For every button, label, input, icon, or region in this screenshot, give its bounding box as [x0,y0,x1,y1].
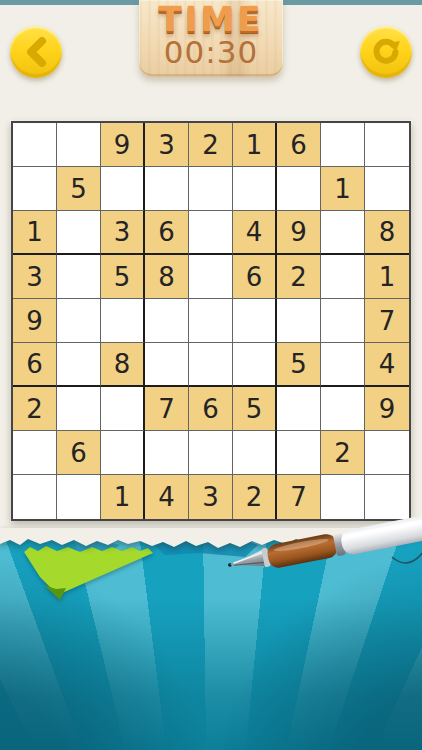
sudoku-cell[interactable] [145,167,189,211]
sudoku-cell[interactable] [233,299,277,343]
sudoku-cell: 1 [13,211,57,255]
sudoku-cell[interactable] [101,167,145,211]
sudoku-cell[interactable] [57,211,101,255]
sudoku-cell[interactable] [321,343,365,387]
sudoku-cell[interactable] [57,387,101,431]
sudoku-cell: 5 [277,343,321,387]
refresh-icon [371,37,401,67]
sudoku-cell: 1 [365,255,409,299]
app-screen: { "app": { "name": "sudoku-puzzle-screen… [0,0,422,750]
sudoku-cell: 9 [13,299,57,343]
sudoku-cell[interactable] [189,255,233,299]
sudoku-cell[interactable] [189,343,233,387]
sudoku-cell: 8 [365,211,409,255]
sudoku-cell: 4 [233,211,277,255]
restart-button[interactable] [360,26,412,78]
sudoku-cell[interactable] [101,431,145,475]
sudoku-cell[interactable] [277,167,321,211]
sudoku-cell[interactable] [189,167,233,211]
sudoku-cell[interactable] [321,387,365,431]
sudoku-cell[interactable] [321,211,365,255]
sudoku-cell[interactable] [321,255,365,299]
paper-curl-line [392,551,422,563]
sudoku-cell[interactable] [57,123,101,167]
sudoku-cell[interactable] [365,123,409,167]
time-label: TIME [139,2,283,36]
sudoku-cell[interactable] [233,167,277,211]
sudoku-cell: 2 [189,123,233,167]
sudoku-cell: 7 [365,299,409,343]
sudoku-cell[interactable] [365,431,409,475]
sudoku-cell[interactable] [321,123,365,167]
sudoku-cell[interactable] [57,299,101,343]
sudoku-cell: 8 [101,343,145,387]
back-button[interactable] [10,26,62,78]
sudoku-cell[interactable] [57,475,101,519]
sudoku-cell: 6 [57,431,101,475]
sudoku-cell[interactable] [57,343,101,387]
sudoku-cell: 6 [277,123,321,167]
sudoku-cell[interactable] [57,255,101,299]
sudoku-cell[interactable] [101,299,145,343]
sudoku-cell[interactable] [233,343,277,387]
sudoku-cell: 9 [101,123,145,167]
pen-barrel [339,510,422,556]
sudoku-cell: 2 [277,255,321,299]
sudoku-cell[interactable] [189,211,233,255]
sudoku-cell: 6 [13,343,57,387]
sudoku-cell[interactable] [277,299,321,343]
sudoku-cell[interactable] [13,123,57,167]
sudoku-cell[interactable] [13,167,57,211]
sudoku-cell[interactable] [233,431,277,475]
sudoku-cell: 1 [101,475,145,519]
sudoku-cell: 6 [189,387,233,431]
sudoku-cell: 9 [277,211,321,255]
sudoku-cell: 8 [145,255,189,299]
sudoku-cell[interactable] [189,299,233,343]
sudoku-cell: 6 [145,211,189,255]
sudoku-cell: 1 [321,167,365,211]
sudoku-cell: 5 [101,255,145,299]
sudoku-cell[interactable] [277,387,321,431]
sudoku-cell: 9 [365,387,409,431]
sudoku-cell: 5 [233,387,277,431]
time-plaque: TIME 00:30 [139,0,283,77]
sudoku-cell: 3 [145,123,189,167]
chevron-left-icon [23,37,49,67]
sudoku-cell: 3 [101,211,145,255]
sudoku-cell: 2 [321,431,365,475]
sudoku-cell: 4 [365,343,409,387]
pen-illustration [200,510,422,605]
sudoku-board: 9321651136498358621976854276596214327 [11,121,411,521]
sudoku-cell[interactable] [321,299,365,343]
sudoku-cell: 1 [233,123,277,167]
sudoku-cell: 2 [13,387,57,431]
sudoku-cell: 7 [145,387,189,431]
sudoku-cell: 4 [145,475,189,519]
sudoku-cell[interactable] [189,431,233,475]
sudoku-cell: 5 [57,167,101,211]
sudoku-cell[interactable] [277,431,321,475]
sudoku-cell[interactable] [145,343,189,387]
sudoku-cell[interactable] [13,431,57,475]
sudoku-cell: 3 [13,255,57,299]
sudoku-cell[interactable] [145,299,189,343]
timer-value: 00:30 [139,37,283,68]
sudoku-cell[interactable] [145,431,189,475]
sudoku-cell[interactable] [13,475,57,519]
sudoku-cell[interactable] [101,387,145,431]
sudoku-cell: 6 [233,255,277,299]
sudoku-cell[interactable] [365,167,409,211]
